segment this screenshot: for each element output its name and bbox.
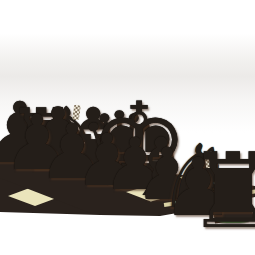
board-square — [187, 86, 238, 103]
board-square — [212, 96, 255, 113]
chess-set-photo[interactable]: ♜♞♝♛♚♝♞♜♟♟♟♟♟♟♟♟ — [0, 0, 255, 255]
board-square — [236, 106, 255, 123]
black-rook: ♜ — [181, 139, 255, 243]
